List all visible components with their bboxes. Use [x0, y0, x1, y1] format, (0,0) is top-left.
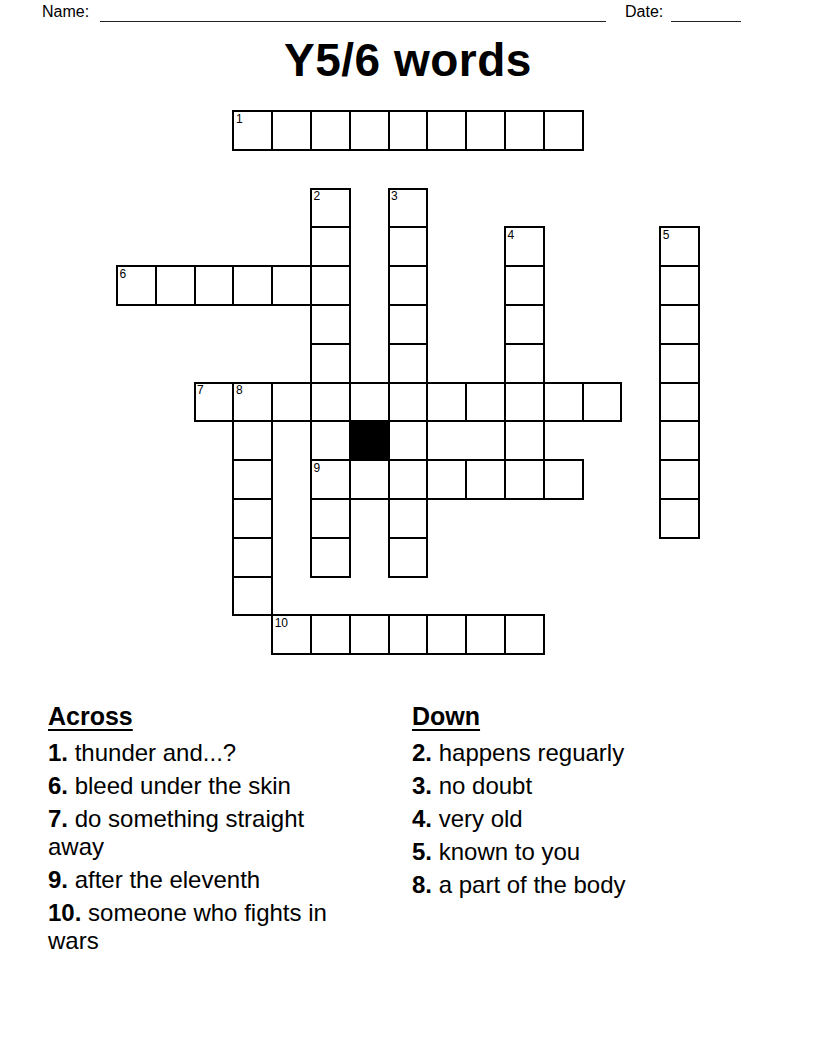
clue-number: 1.: [48, 739, 68, 766]
answer-cell[interactable]: [426, 382, 467, 423]
name-write-line[interactable]: [100, 4, 606, 22]
black-cell: [349, 420, 390, 461]
clue-item: 2. happens reguarly: [412, 739, 756, 767]
answer-cell[interactable]: [504, 459, 545, 500]
clue-item: 7. do something straight away: [48, 805, 360, 861]
answer-cell[interactable]: [465, 110, 506, 151]
answer-cell[interactable]: [659, 420, 700, 461]
answer-cell[interactable]: [388, 498, 429, 539]
answer-cell[interactable]: [388, 265, 429, 306]
clue-number: 10.: [48, 899, 81, 926]
answer-cell[interactable]: [426, 614, 467, 655]
down-clues: Down 2. happens reguarly3. no doubt4. ve…: [412, 701, 756, 904]
clue-number: 2.: [412, 739, 432, 766]
answer-cell[interactable]: [543, 382, 584, 423]
answer-cell[interactable]: [310, 304, 351, 345]
answer-cell[interactable]: [659, 382, 700, 423]
clue-number: 6.: [48, 772, 68, 799]
clue-number: 9.: [48, 866, 68, 893]
cell-number-label: 7: [197, 384, 204, 396]
cell-number-label: 8: [236, 384, 243, 396]
answer-cell[interactable]: [543, 110, 584, 151]
answer-cell[interactable]: [504, 304, 545, 345]
date-write-line[interactable]: [671, 4, 741, 22]
puzzle-title: Y5/6 words: [0, 33, 816, 87]
answer-cell[interactable]: [504, 265, 545, 306]
across-clues: Across 1. thunder and...?6. bleed under …: [48, 701, 360, 960]
answer-cell[interactable]: [426, 110, 467, 151]
clue-number: 5.: [412, 838, 432, 865]
answer-cell[interactable]: [310, 537, 351, 578]
answer-cell[interactable]: [271, 110, 312, 151]
answer-cell[interactable]: [388, 343, 429, 384]
answer-cell[interactable]: [659, 459, 700, 500]
worksheet-page: { "game": "crossword", "title": "Y5/6 wo…: [0, 0, 816, 1056]
clue-item: 4. very old: [412, 805, 756, 833]
answer-cell[interactable]: [659, 498, 700, 539]
date-label: Date:: [625, 3, 663, 21]
answer-cell[interactable]: [465, 614, 506, 655]
cell-number-label: 3: [391, 190, 398, 202]
clue-item: 1. thunder and...?: [48, 739, 360, 767]
cell-number-label: 2: [314, 190, 321, 202]
clue-item: 8. a part of the body: [412, 871, 756, 899]
cell-number-label: 6: [120, 268, 127, 280]
answer-cell[interactable]: [271, 265, 312, 306]
answer-cell[interactable]: [310, 110, 351, 151]
clue-item: 9. after the eleventh: [48, 866, 360, 894]
answer-cell[interactable]: [271, 382, 312, 423]
answer-cell[interactable]: [310, 498, 351, 539]
answer-cell[interactable]: [310, 420, 351, 461]
cell-number-label: 10: [275, 617, 288, 629]
clue-item: 5. known to you: [412, 838, 756, 866]
answer-cell[interactable]: [349, 614, 390, 655]
name-label: Name:: [42, 3, 89, 21]
answer-cell[interactable]: [504, 110, 545, 151]
answer-cell[interactable]: [465, 382, 506, 423]
cell-number-label: 5: [663, 229, 670, 241]
clue-number: 7.: [48, 805, 68, 832]
answer-cell[interactable]: [388, 459, 429, 500]
answer-cell[interactable]: [426, 459, 467, 500]
answer-cell[interactable]: [504, 382, 545, 423]
answer-cell[interactable]: [388, 420, 429, 461]
crossword-grid: 12345678910: [116, 110, 702, 657]
answer-cell[interactable]: [349, 382, 390, 423]
down-heading: Down: [412, 701, 480, 731]
answer-cell[interactable]: [349, 459, 390, 500]
answer-cell[interactable]: [659, 265, 700, 306]
answer-cell[interactable]: [582, 382, 623, 423]
answer-cell[interactable]: [310, 382, 351, 423]
answer-cell[interactable]: [388, 304, 429, 345]
answer-cell[interactable]: [194, 265, 235, 306]
cell-number-label: 1: [236, 113, 243, 125]
across-heading: Across: [48, 701, 133, 731]
clue-number: 8.: [412, 871, 432, 898]
answer-cell[interactable]: [388, 382, 429, 423]
answer-cell[interactable]: [388, 226, 429, 267]
answer-cell[interactable]: [504, 420, 545, 461]
clue-item: 10. someone who fights in wars: [48, 899, 360, 955]
answer-cell[interactable]: [388, 537, 429, 578]
answer-cell[interactable]: [659, 304, 700, 345]
answer-cell[interactable]: [504, 343, 545, 384]
answer-cell[interactable]: [232, 420, 273, 461]
clue-item: 3. no doubt: [412, 772, 756, 800]
answer-cell[interactable]: [310, 343, 351, 384]
answer-cell[interactable]: [232, 498, 273, 539]
answer-cell[interactable]: [310, 614, 351, 655]
clue-number: 3.: [412, 772, 432, 799]
answer-cell[interactable]: [310, 226, 351, 267]
answer-cell[interactable]: [155, 265, 196, 306]
answer-cell[interactable]: [388, 614, 429, 655]
answer-cell[interactable]: [659, 343, 700, 384]
answer-cell[interactable]: [232, 265, 273, 306]
answer-cell[interactable]: [543, 459, 584, 500]
clue-number: 4.: [412, 805, 432, 832]
answer-cell[interactable]: [504, 614, 545, 655]
answer-cell[interactable]: [349, 110, 390, 151]
cell-number-label: 4: [508, 229, 515, 241]
answer-cell[interactable]: [465, 459, 506, 500]
answer-cell[interactable]: [232, 537, 273, 578]
answer-cell[interactable]: [232, 459, 273, 500]
cell-number-label: 9: [314, 462, 321, 474]
down-clue-list: 2. happens reguarly3. no doubt4. very ol…: [412, 739, 756, 899]
clue-item: 6. bleed under the skin: [48, 772, 360, 800]
answer-cell[interactable]: [310, 265, 351, 306]
answer-cell[interactable]: [388, 110, 429, 151]
answer-cell[interactable]: [232, 576, 273, 617]
across-clue-list: 1. thunder and...?6. bleed under the ski…: [48, 739, 360, 955]
